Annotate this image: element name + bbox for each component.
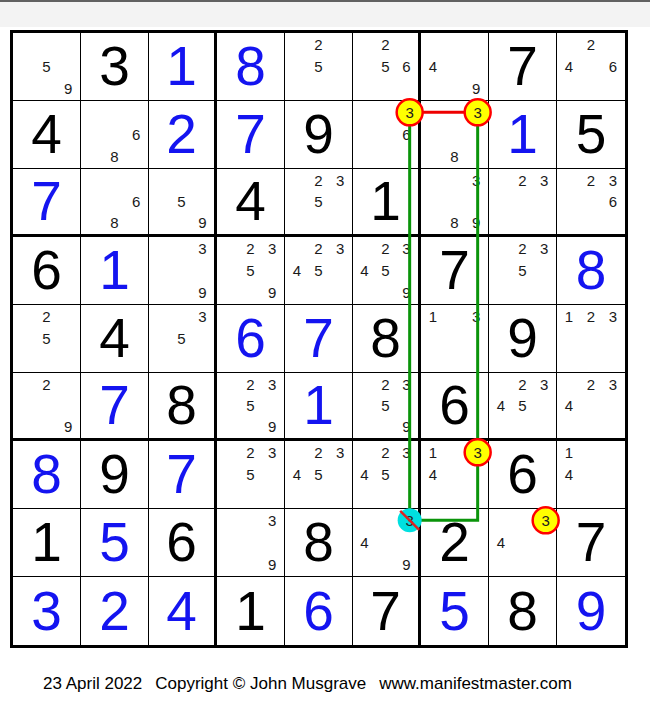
cell-r2c3[interactable]: 2 [149,101,217,169]
cell-r3c2[interactable]: 68 [81,169,149,237]
pencil-marks: 2345 [286,238,351,303]
solved-digit: 7 [166,447,197,502]
candidate-5: 5 [308,464,330,486]
cell-r5c9[interactable]: 123 [557,305,625,373]
candidate-6: 6 [125,124,147,146]
solved-digit: 5 [99,515,130,570]
candidate-3: 3 [602,374,624,395]
pencil-marks: 123 [558,306,624,371]
given-digit: 4 [99,311,130,366]
given-digit: 1 [31,515,62,570]
cell-r7c3[interactable]: 7 [149,441,217,509]
solved-digit: 1 [507,107,538,162]
candidate-2: 2 [308,34,330,56]
candidate-3: 3 [396,442,417,464]
candidate-3: 3 [329,442,351,464]
cell-r1c2[interactable]: 3 [81,33,149,101]
candidate-4: 4 [354,260,375,282]
candidate-4: 4 [490,532,512,554]
candidate-5: 5 [375,56,396,78]
given-digit: 7 [507,39,538,94]
given-digit: 9 [507,311,538,366]
candidate-4: 4 [286,260,308,282]
cell-r2c7[interactable]: 38 [421,101,489,169]
footer-copyright: Copyright © John Musgrave [155,674,366,693]
given-digit: 5 [576,107,607,162]
candidate-4: 4 [558,464,580,486]
pencil-marks: 14 [558,442,624,507]
candidate-2: 2 [240,442,262,464]
candidate-2: 2 [240,238,262,260]
candidate-2: 2 [308,238,330,260]
candidate-5: 5 [512,260,534,282]
candidate-1: 1 [558,442,580,464]
cell-r8c9[interactable]: 7 [557,509,625,577]
candidate-4: 4 [422,56,444,78]
candidate-4: 4 [490,395,512,416]
cell-r4c1[interactable]: 6 [13,237,81,305]
candidate-2: 2 [36,306,58,328]
given-digit: 4 [31,107,62,162]
cell-r5c3[interactable]: 35 [149,305,217,373]
solved-digit: 1 [99,243,130,298]
cell-r1c5[interactable]: 25 [285,33,353,101]
given-digit: 9 [303,107,334,162]
candidate-2: 2 [512,374,534,395]
pencil-marks: 29 [14,374,79,437]
cell-r6c2[interactable]: 7 [81,373,149,441]
candidate-9: 9 [57,416,79,437]
cell-r9c4[interactable]: 1 [217,577,285,645]
candidate-4: 4 [286,464,308,486]
given-digit: 1 [235,584,266,639]
candidate-3: 3 [261,442,283,464]
cell-r2c5[interactable]: 9 [285,101,353,169]
pencil-marks: 2345 [490,374,555,437]
given-digit: 7 [439,243,470,298]
candidate-2: 2 [36,374,58,395]
solved-digit: 8 [235,39,266,94]
given-digit: 8 [303,515,334,570]
cell-r3c9[interactable]: 236 [557,169,625,237]
cell-r8c4[interactable]: 39 [217,509,285,577]
given-digit: 7 [576,515,607,570]
candidate-5: 5 [375,260,396,282]
given-digit: 6 [439,378,470,433]
cell-r9c3[interactable]: 4 [149,577,217,645]
candidate-3: 3 [261,238,283,260]
candidate-2: 2 [375,238,396,260]
candidate-5: 5 [308,56,330,78]
solved-digit: 2 [166,107,197,162]
candidate-5: 5 [240,260,262,282]
candidate-2: 2 [512,238,534,260]
candidate-3: 3 [261,510,283,532]
cell-r3c1[interactable]: 7 [13,169,81,237]
candidate-3: 3 [329,238,351,260]
given-digit: 3 [99,39,130,94]
cell-r7c6[interactable]: 2345 [353,441,421,509]
solved-digit: 7 [31,174,62,229]
candidate-1: 1 [422,306,444,328]
given-digit: 7 [370,584,401,639]
cell-r1c3[interactable]: 1 [149,33,217,101]
candidate-6: 6 [125,191,147,212]
candidate-5: 5 [171,328,192,350]
pencil-marks: 2345 [354,442,417,507]
candidate-2: 2 [580,306,602,328]
candidate-3: 3 [602,306,624,328]
cell-r3c4[interactable]: 4 [217,169,285,237]
cell-r4c8[interactable]: 235 [489,237,557,305]
candidate-2: 2 [512,170,534,191]
pencil-marks: 59 [150,170,213,233]
pencil-marks: 235 [286,170,351,233]
pencil-marks: 246 [558,34,624,99]
pencil-marks: 349 [354,510,417,575]
candidate-3: 3 [396,102,417,124]
cell-r4c2[interactable]: 1 [81,237,149,305]
cell-r9c6[interactable]: 7 [353,577,421,645]
given-digit: 8 [507,584,538,639]
candidate-2: 2 [580,374,602,395]
candidate-8: 8 [444,145,466,167]
pencil-marks: 39 [150,238,213,303]
candidate-8: 8 [104,145,126,167]
cell-r8c8[interactable]: 34 [489,509,557,577]
cell-r1c6[interactable]: 256 [353,33,421,101]
candidate-2: 2 [308,442,330,464]
footer-date: 23 April 2022 [43,674,142,693]
cell-r2c6[interactable]: 36 [353,101,421,169]
pencil-marks: 23 [490,170,555,233]
solved-digit: 6 [303,584,334,639]
cell-r9c2[interactable]: 2 [81,577,149,645]
candidate-1: 1 [558,306,580,328]
footer-url: www.manifestmaster.com [379,674,572,693]
candidate-3: 3 [465,102,487,124]
cell-r2c8[interactable]: 1 [489,101,557,169]
given-digit: 4 [235,174,266,229]
candidate-9: 9 [261,416,283,437]
candidate-2: 2 [375,442,396,464]
cell-r4c5[interactable]: 2345 [285,237,353,305]
cell-r7c5[interactable]: 2345 [285,441,353,509]
given-digit: 6 [166,515,197,570]
candidate-5: 5 [308,260,330,282]
cell-r7c7[interactable]: 134 [421,441,489,509]
candidate-9: 9 [396,553,417,575]
candidate-9: 9 [261,281,283,303]
solved-digit: 8 [576,243,607,298]
cell-r7c2[interactable]: 9 [81,441,149,509]
given-digit: 6 [507,447,538,502]
solved-digit: 2 [99,584,130,639]
cell-r7c9[interactable]: 14 [557,441,625,509]
pencil-marks: 235 [218,442,283,507]
cell-r8c2[interactable]: 5 [81,509,149,577]
solved-digit: 9 [576,584,607,639]
solved-digit: 4 [166,584,197,639]
cell-r5c5[interactable]: 7 [285,305,353,373]
candidate-5: 5 [36,328,58,350]
candidate-5: 5 [240,395,262,416]
cell-r5c7[interactable]: 13 [421,305,489,373]
pencil-marks: 25 [14,306,79,371]
cell-r6c9[interactable]: 234 [557,373,625,441]
given-digit: 8 [370,311,401,366]
candidate-3: 3 [396,238,417,260]
pencil-marks: 23459 [354,238,417,303]
candidate-3: 3 [533,510,555,532]
cell-r2c2[interactable]: 68 [81,101,149,169]
candidate-5: 5 [308,191,330,212]
pencil-marks: 2359 [218,374,283,437]
candidate-9: 9 [465,212,487,233]
pencil-marks: 35 [150,306,213,371]
candidate-3: 3 [192,238,213,260]
cell-r4c7[interactable]: 7 [421,237,489,305]
cell-r1c7[interactable]: 49 [421,33,489,101]
cell-r6c5[interactable]: 1 [285,373,353,441]
candidate-5: 5 [36,56,58,78]
pencil-marks: 236 [558,170,624,233]
solved-digit: 5 [439,584,470,639]
given-digit: 6 [31,243,62,298]
pencil-marks: 2345 [286,442,351,507]
candidate-5: 5 [512,395,534,416]
given-digit: 8 [166,378,197,433]
candidate-3: 3 [465,170,487,191]
footer-caption: 23 April 2022Copyright © John Musgraveww… [43,674,572,694]
cell-r8c3[interactable]: 6 [149,509,217,577]
pencil-marks: 25 [286,34,351,99]
cell-r3c6[interactable]: 1 [353,169,421,237]
candidate-1: 1 [422,442,444,464]
cell-r7c4[interactable]: 235 [217,441,285,509]
candidate-5: 5 [375,395,396,416]
cell-r6c4[interactable]: 2359 [217,373,285,441]
solved-digit: 7 [235,107,266,162]
candidate-3: 3 [533,170,555,191]
cell-r8c6[interactable]: 349 [353,509,421,577]
pencil-marks: 36 [354,102,417,167]
cell-r9c9[interactable]: 9 [557,577,625,645]
candidate-9: 9 [192,212,213,233]
cell-r7c8[interactable]: 6 [489,441,557,509]
cell-r6c7[interactable]: 6 [421,373,489,441]
cell-r9c8[interactable]: 8 [489,577,557,645]
cell-r6c3[interactable]: 8 [149,373,217,441]
cell-r2c1[interactable]: 4 [13,101,81,169]
sudoku-board: 5931825256497246468279363815768594235138… [10,30,628,648]
pencil-marks: 68 [82,102,147,167]
cell-r1c4[interactable]: 8 [217,33,285,101]
pencil-marks: 13 [422,306,487,371]
candidate-4: 4 [354,532,375,554]
solved-digit: 8 [31,447,62,502]
cell-r5c1[interactable]: 25 [13,305,81,373]
cell-r1c9[interactable]: 246 [557,33,625,101]
candidate-4: 4 [558,56,580,78]
candidate-6: 6 [396,124,417,146]
candidate-3: 3 [192,306,213,328]
candidate-9: 9 [261,553,283,575]
candidate-2: 2 [580,170,602,191]
candidate-3: 3 [396,510,417,532]
candidate-3: 3 [533,238,555,260]
candidate-5: 5 [171,191,192,212]
candidate-4: 4 [422,464,444,486]
cell-r1c8[interactable]: 7 [489,33,557,101]
cell-r7c1[interactable]: 8 [13,441,81,509]
cell-r4c6[interactable]: 23459 [353,237,421,305]
cell-r5c6[interactable]: 8 [353,305,421,373]
cell-r6c1[interactable]: 29 [13,373,81,441]
cell-r1c1[interactable]: 59 [13,33,81,101]
solved-digit: 1 [303,378,334,433]
cell-r5c2[interactable]: 4 [81,305,149,373]
cell-r6c8[interactable]: 2345 [489,373,557,441]
candidate-8: 8 [444,212,466,233]
pencil-marks: 39 [218,510,283,575]
pencil-marks: 2359 [354,374,417,437]
candidate-3: 3 [602,170,624,191]
cell-r4c4[interactable]: 2359 [217,237,285,305]
pencil-marks: 38 [422,102,487,167]
candidate-3: 3 [465,306,487,328]
candidate-9: 9 [465,77,487,99]
cell-r3c3[interactable]: 59 [149,169,217,237]
solved-digit: 3 [31,584,62,639]
pencil-marks: 59 [14,34,79,99]
candidate-3: 3 [533,374,555,395]
candidate-2: 2 [375,34,396,56]
candidate-3: 3 [465,442,487,464]
cell-r3c7[interactable]: 389 [421,169,489,237]
pencil-marks: 389 [422,170,487,233]
candidate-5: 5 [240,464,262,486]
candidate-5: 5 [375,464,396,486]
candidate-9: 9 [396,281,417,303]
solved-digit: 1 [166,39,197,94]
candidate-4: 4 [558,395,580,416]
cell-r8c5[interactable]: 8 [285,509,353,577]
candidate-2: 2 [580,34,602,56]
candidate-3: 3 [396,374,417,395]
given-digit: 2 [439,515,470,570]
cell-r4c3[interactable]: 39 [149,237,217,305]
candidate-9: 9 [396,416,417,437]
pencil-marks: 2359 [218,238,283,303]
candidate-2: 2 [240,374,262,395]
cell-r2c4[interactable]: 7 [217,101,285,169]
cell-r3c5[interactable]: 235 [285,169,353,237]
cell-r3c8[interactable]: 23 [489,169,557,237]
candidate-6: 6 [396,56,417,78]
pencil-marks: 235 [490,238,555,303]
given-digit: 9 [99,447,130,502]
candidate-3: 3 [261,374,283,395]
candidate-3: 3 [329,170,351,191]
pencil-marks: 256 [354,34,417,99]
cell-r9c5[interactable]: 6 [285,577,353,645]
window-top-strip [0,0,650,27]
pencil-marks: 68 [82,170,147,233]
candidate-2: 2 [308,170,330,191]
candidate-2: 2 [375,374,396,395]
cell-r4c9[interactable]: 8 [557,237,625,305]
solved-digit: 6 [235,311,266,366]
pencil-marks: 34 [490,510,555,575]
cell-r2c9[interactable]: 5 [557,101,625,169]
solved-digit: 7 [99,378,130,433]
candidate-4: 4 [354,464,375,486]
candidate-9: 9 [192,281,213,303]
candidate-9: 9 [57,77,79,99]
pencil-marks: 134 [422,442,487,507]
given-digit: 1 [370,174,401,229]
cell-r5c8[interactable]: 9 [489,305,557,373]
solved-digit: 7 [303,311,334,366]
cell-r8c1[interactable]: 1 [13,509,81,577]
cell-r8c7[interactable]: 2 [421,509,489,577]
cell-r9c7[interactable]: 5 [421,577,489,645]
cell-r9c1[interactable]: 3 [13,577,81,645]
candidate-6: 6 [602,56,624,78]
candidate-6: 6 [602,191,624,212]
cell-r5c4[interactable]: 6 [217,305,285,373]
pencil-marks: 49 [422,34,487,99]
cell-r6c6[interactable]: 2359 [353,373,421,441]
pencil-marks: 234 [558,374,624,437]
candidate-8: 8 [104,212,126,233]
